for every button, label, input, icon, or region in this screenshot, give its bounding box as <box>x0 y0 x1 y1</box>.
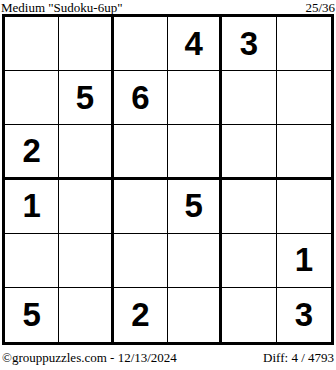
cell-r1c6[interactable] <box>277 17 331 71</box>
cell-r3c2[interactable] <box>59 125 113 179</box>
cell-r6c2[interactable] <box>59 288 113 342</box>
cell-r5c4[interactable] <box>168 234 222 288</box>
cell-r6c1: 5 <box>5 288 59 342</box>
difficulty-text: Diff: 4 / 4793 <box>263 351 334 365</box>
footer: ©grouppuzzles.com - 12/13/2024 Diff: 4 /… <box>0 351 336 365</box>
cell-r5c1[interactable] <box>5 234 59 288</box>
cell-r2c2: 5 <box>59 71 113 125</box>
cell-r1c1[interactable] <box>5 17 59 71</box>
puzzle-title: Medium "Sudoku-6up" <box>1 1 122 14</box>
cell-r6c4[interactable] <box>168 288 222 342</box>
cell-r6c6: 3 <box>277 288 331 342</box>
cell-r5c6: 1 <box>277 234 331 288</box>
cell-r2c1[interactable] <box>5 71 59 125</box>
cell-r3c6[interactable] <box>277 125 331 179</box>
cell-r5c2[interactable] <box>59 234 113 288</box>
cell-r1c5: 3 <box>222 17 276 71</box>
header: Medium "Sudoku-6up" 25/36 <box>0 0 336 14</box>
puzzle-page: Medium "Sudoku-6up" 25/36 4 3 5 6 2 1 5 <box>0 0 336 370</box>
cell-r3c3[interactable] <box>114 125 168 179</box>
cell-r4c6[interactable] <box>277 180 331 234</box>
cell-r6c5[interactable] <box>222 288 276 342</box>
cell-r2c6[interactable] <box>277 71 331 125</box>
cell-r2c5[interactable] <box>222 71 276 125</box>
cell-r4c4: 5 <box>168 180 222 234</box>
progress-counter: 25/36 <box>305 1 335 14</box>
cell-r5c3[interactable] <box>114 234 168 288</box>
cell-r3c4[interactable] <box>168 125 222 179</box>
cell-r3c5[interactable] <box>222 125 276 179</box>
cell-r1c3[interactable] <box>114 17 168 71</box>
cell-r4c2[interactable] <box>59 180 113 234</box>
cell-r2c4[interactable] <box>168 71 222 125</box>
sudoku-board: 4 3 5 6 2 1 5 1 5 2 3 <box>2 14 334 345</box>
cell-r5c5[interactable] <box>222 234 276 288</box>
cell-r1c2[interactable] <box>59 17 113 71</box>
cell-r3c1: 2 <box>5 125 59 179</box>
cell-r4c3[interactable] <box>114 180 168 234</box>
cell-r6c3: 2 <box>114 288 168 342</box>
cell-r4c1: 1 <box>5 180 59 234</box>
cell-r1c4: 4 <box>168 17 222 71</box>
cell-r4c5[interactable] <box>222 180 276 234</box>
copyright-text: ©grouppuzzles.com - 12/13/2024 <box>2 351 177 365</box>
cell-r2c3: 6 <box>114 71 168 125</box>
